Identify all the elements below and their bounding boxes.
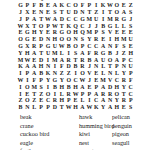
word-list-column: pelicanpenguinpigeonseagullsparrow — [112, 113, 132, 150]
word-list-item: parrot — [79, 147, 114, 150]
word-list-item: pigeon — [112, 130, 132, 139]
grid-cell: D — [51, 105, 58, 112]
word-list-item: nest — [79, 139, 114, 148]
grid-cell: K — [93, 105, 100, 112]
grid-row: BNLPPDTWHAWKYAHES — [17, 105, 134, 112]
word-list-item: sparrow — [112, 147, 132, 150]
grid-cell: E — [120, 105, 127, 112]
grid-cell: A — [79, 105, 86, 112]
grid-cell: B — [17, 105, 24, 112]
grid-cell: A — [107, 105, 114, 112]
grid-cell: T — [58, 105, 65, 112]
grid-cell: P — [45, 105, 52, 112]
word-list-item: penguin — [112, 122, 132, 131]
grid-cell: H — [113, 105, 120, 112]
word-list-item: seagull — [112, 139, 132, 148]
grid-cell: P — [38, 105, 45, 112]
word-list-item: humming bird — [79, 122, 114, 131]
word-list-item: feather — [20, 147, 49, 150]
word-list-item: crane — [20, 122, 49, 131]
grid-cell: S — [127, 105, 134, 112]
grid-cell: Y — [100, 105, 107, 112]
word-list-column: beakcranecuckoo birdeaglefeather — [20, 113, 49, 150]
letter-grid: EAKQPDILGHSTENOCRGPFBEAKCOFPIKWOEZJXENES… — [17, 0, 134, 112]
word-list-item: cuckoo bird — [20, 130, 49, 139]
word-list-item: beak — [20, 113, 49, 122]
word-list-column: hawkhumming birdkiwinestparrot — [79, 113, 114, 150]
grid-cell: L — [31, 105, 38, 112]
word-search-page: EAKQPDILGHSTENOCRGPFBEAKCOFPIKWOEZJXENES… — [0, 0, 150, 150]
word-list-item: kiwi — [79, 130, 114, 139]
grid-cell: W — [86, 105, 93, 112]
grid-cell: H — [72, 105, 79, 112]
grid-cell: W — [65, 105, 72, 112]
word-list-item: eagle — [20, 139, 49, 148]
word-list-item: pelican — [112, 113, 132, 122]
grid-cell: N — [24, 105, 31, 112]
word-list-item: hawk — [79, 113, 114, 122]
